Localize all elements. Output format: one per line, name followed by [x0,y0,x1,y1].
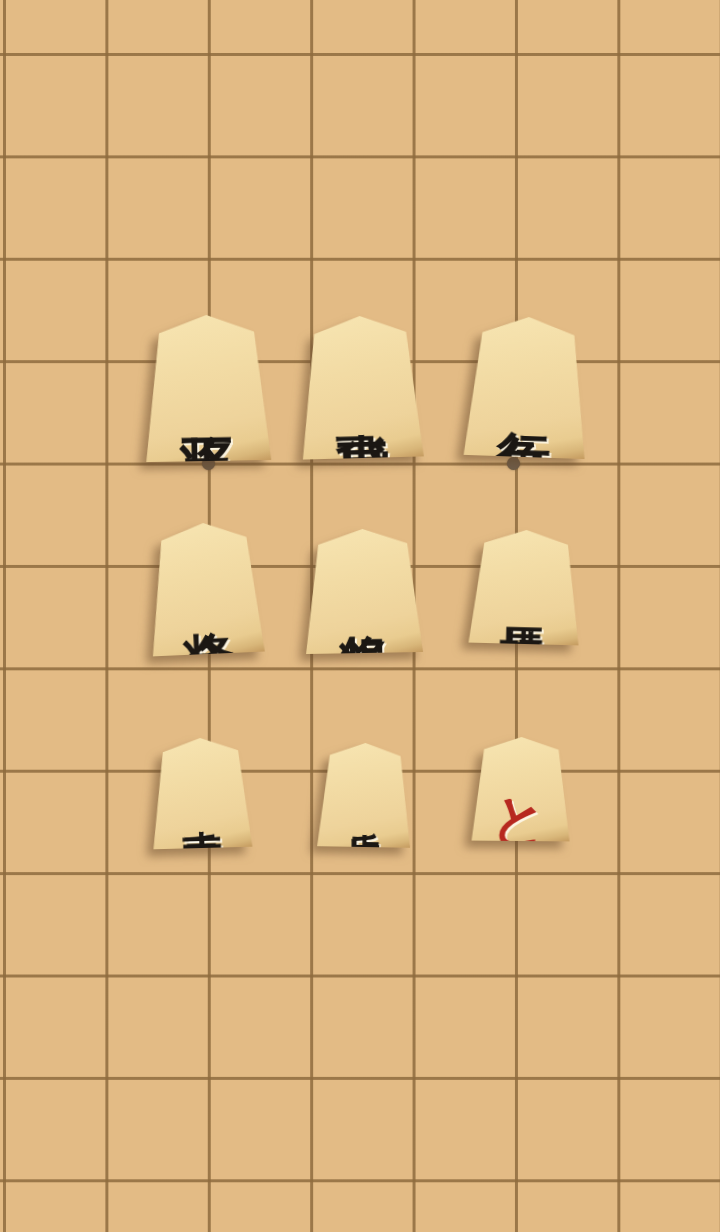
piece-kanji: 飛車 [334,391,389,392]
piece-face: 香車 [151,737,253,850]
piece-tokin-promoted-pawn[interactable]: と [472,737,571,842]
shogi-board: 王将 飛車 角行 金将 銀将 桂馬 香車 歩兵 [0,0,720,1232]
piece-gold-general-kinsho[interactable]: 金将 [147,521,265,657]
piece-kanji: 王将 [179,392,236,393]
piece-face: 金将 [147,521,265,657]
piece-face: 歩兵 [317,742,412,848]
piece-kanji: 角行 [499,391,553,393]
piece-face: 王将 [144,314,272,462]
piece-face: 角行 [464,315,590,459]
piece-bishop-kakugyo[interactable]: 角行 [464,315,590,459]
piece-kanji: と [493,759,550,821]
piece-face: 飛車 [299,314,424,459]
piece-kanji: 金将 [181,592,232,594]
piece-face: と [472,737,571,842]
piece-rook-hisha[interactable]: 飛車 [299,314,424,459]
piece-pawn-fuhyo[interactable]: 歩兵 [317,742,412,848]
piece-lance-kyosha[interactable]: 香車 [151,737,253,850]
piece-face: 桂馬 [469,529,582,646]
piece-silver-general-ginsho[interactable]: 銀将 [304,528,423,654]
piece-face: 銀将 [304,528,423,654]
piece-kanji: 銀将 [338,595,389,596]
piece-knight-keima[interactable]: 桂馬 [469,529,582,646]
piece-kanji: 歩兵 [344,799,385,800]
piece-king-osho[interactable]: 王将 [144,314,272,462]
piece-kanji: 桂馬 [501,591,548,592]
piece-kanji: 香車 [180,797,223,798]
star-point [507,457,520,470]
